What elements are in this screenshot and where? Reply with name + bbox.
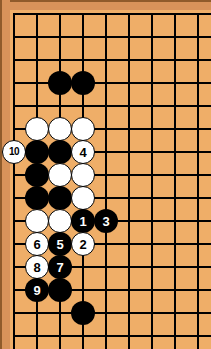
black-stone [25, 186, 49, 210]
black-stone [25, 163, 49, 187]
black-stone [71, 71, 95, 95]
move-1-black-stone: 1 [71, 209, 95, 233]
black-stone [48, 71, 72, 95]
white-stone [48, 163, 72, 187]
move-10-white-stone: 10 [2, 140, 26, 164]
white-stone [25, 117, 49, 141]
move-3-black-stone: 3 [94, 209, 118, 233]
white-stone [25, 209, 49, 233]
white-stone [71, 117, 95, 141]
black-stone [71, 301, 95, 325]
move-2-white-stone: 2 [71, 232, 95, 256]
move-8-white-stone: 8 [25, 255, 49, 279]
white-stone [71, 163, 95, 187]
black-stone [48, 278, 72, 302]
board-top-edge [0, 0, 211, 10]
board-left-edge [0, 0, 10, 349]
go-board-diagram: 10413652879 [0, 0, 211, 349]
move-6-white-stone: 6 [25, 232, 49, 256]
move-7-black-stone: 7 [48, 255, 72, 279]
white-stone [48, 117, 72, 141]
move-5-black-stone: 5 [48, 232, 72, 256]
black-stone [48, 140, 72, 164]
move-4-white-stone: 4 [71, 140, 95, 164]
move-9-black-stone: 9 [25, 278, 49, 302]
black-stone [25, 140, 49, 164]
white-stone [48, 209, 72, 233]
black-stone [48, 186, 72, 210]
white-stone [71, 186, 95, 210]
